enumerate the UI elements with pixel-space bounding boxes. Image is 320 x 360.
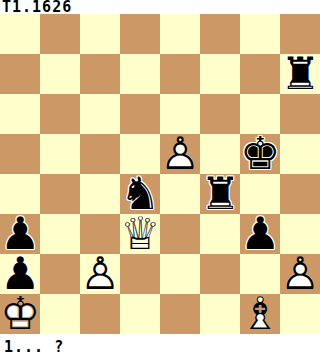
puzzle-title: T1.1626 xyxy=(0,0,320,14)
square-c5[interactable] xyxy=(80,134,120,174)
square-f4[interactable]: ♜ xyxy=(200,174,240,214)
white-bishop-outline-icon: ♗ xyxy=(240,294,280,334)
square-b1[interactable] xyxy=(40,294,80,334)
square-a6[interactable] xyxy=(0,94,40,134)
square-h2[interactable]: ♟♙ xyxy=(280,254,320,294)
square-e4[interactable] xyxy=(160,174,200,214)
move-prompt: 1... ? xyxy=(0,338,320,356)
square-e7[interactable] xyxy=(160,54,200,94)
square-c4[interactable] xyxy=(80,174,120,214)
square-c1[interactable] xyxy=(80,294,120,334)
square-c2[interactable]: ♟♙ xyxy=(80,254,120,294)
square-e1[interactable] xyxy=(160,294,200,334)
square-b4[interactable] xyxy=(40,174,80,214)
piece-black-pawn[interactable]: ♟ xyxy=(240,214,280,254)
square-a7[interactable] xyxy=(0,54,40,94)
square-f6[interactable] xyxy=(200,94,240,134)
piece-white-king[interactable]: ♚♔ xyxy=(0,294,40,334)
square-f3[interactable] xyxy=(200,214,240,254)
white-pawn-outline-icon: ♙ xyxy=(160,134,200,174)
square-h5[interactable] xyxy=(280,134,320,174)
chess-puzzle-page: T1.1626 ♜♟♙♚♞♜♟♛♕♟♟♟♙♟♙♚♔♝♗ 1... ? xyxy=(0,0,320,356)
square-a1[interactable]: ♚♔ xyxy=(0,294,40,334)
square-e8[interactable] xyxy=(160,14,200,54)
square-d3[interactable]: ♛♕ xyxy=(120,214,160,254)
white-king-outline-icon: ♔ xyxy=(0,294,40,334)
piece-white-queen[interactable]: ♛♕ xyxy=(120,214,160,254)
black-rook-icon: ♜ xyxy=(280,54,320,94)
piece-white-pawn[interactable]: ♟♙ xyxy=(160,134,200,174)
square-b7[interactable] xyxy=(40,54,80,94)
black-rook-icon: ♜ xyxy=(200,174,240,214)
white-queen-outline-icon: ♕ xyxy=(120,214,160,254)
square-d6[interactable] xyxy=(120,94,160,134)
square-d1[interactable] xyxy=(120,294,160,334)
piece-black-rook[interactable]: ♜ xyxy=(200,174,240,214)
square-a5[interactable] xyxy=(0,134,40,174)
square-f7[interactable] xyxy=(200,54,240,94)
square-c7[interactable] xyxy=(80,54,120,94)
square-c8[interactable] xyxy=(80,14,120,54)
square-a8[interactable] xyxy=(0,14,40,54)
square-e2[interactable] xyxy=(160,254,200,294)
square-f8[interactable] xyxy=(200,14,240,54)
square-h1[interactable] xyxy=(280,294,320,334)
white-pawn-outline-icon: ♙ xyxy=(80,254,120,294)
square-g3[interactable]: ♟ xyxy=(240,214,280,254)
square-g7[interactable] xyxy=(240,54,280,94)
black-king-icon: ♚ xyxy=(240,134,280,174)
square-h6[interactable] xyxy=(280,94,320,134)
piece-black-king[interactable]: ♚ xyxy=(240,134,280,174)
square-h4[interactable] xyxy=(280,174,320,214)
square-e5[interactable]: ♟♙ xyxy=(160,134,200,174)
piece-white-bishop[interactable]: ♝♗ xyxy=(240,294,280,334)
square-b8[interactable] xyxy=(40,14,80,54)
square-f1[interactable] xyxy=(200,294,240,334)
square-d8[interactable] xyxy=(120,14,160,54)
square-b2[interactable] xyxy=(40,254,80,294)
square-b6[interactable] xyxy=(40,94,80,134)
square-d7[interactable] xyxy=(120,54,160,94)
white-pawn-outline-icon: ♙ xyxy=(280,254,320,294)
square-c6[interactable] xyxy=(80,94,120,134)
piece-black-rook[interactable]: ♜ xyxy=(280,54,320,94)
piece-white-pawn[interactable]: ♟♙ xyxy=(280,254,320,294)
black-pawn-icon: ♟ xyxy=(240,214,280,254)
square-g5[interactable]: ♚ xyxy=(240,134,280,174)
square-h7[interactable]: ♜ xyxy=(280,54,320,94)
square-d2[interactable] xyxy=(120,254,160,294)
square-e3[interactable] xyxy=(160,214,200,254)
piece-white-pawn[interactable]: ♟♙ xyxy=(80,254,120,294)
square-b3[interactable] xyxy=(40,214,80,254)
square-g8[interactable] xyxy=(240,14,280,54)
square-f2[interactable] xyxy=(200,254,240,294)
square-g1[interactable]: ♝♗ xyxy=(240,294,280,334)
chess-board: ♜♟♙♚♞♜♟♛♕♟♟♟♙♟♙♚♔♝♗ xyxy=(0,14,320,334)
square-b5[interactable] xyxy=(40,134,80,174)
